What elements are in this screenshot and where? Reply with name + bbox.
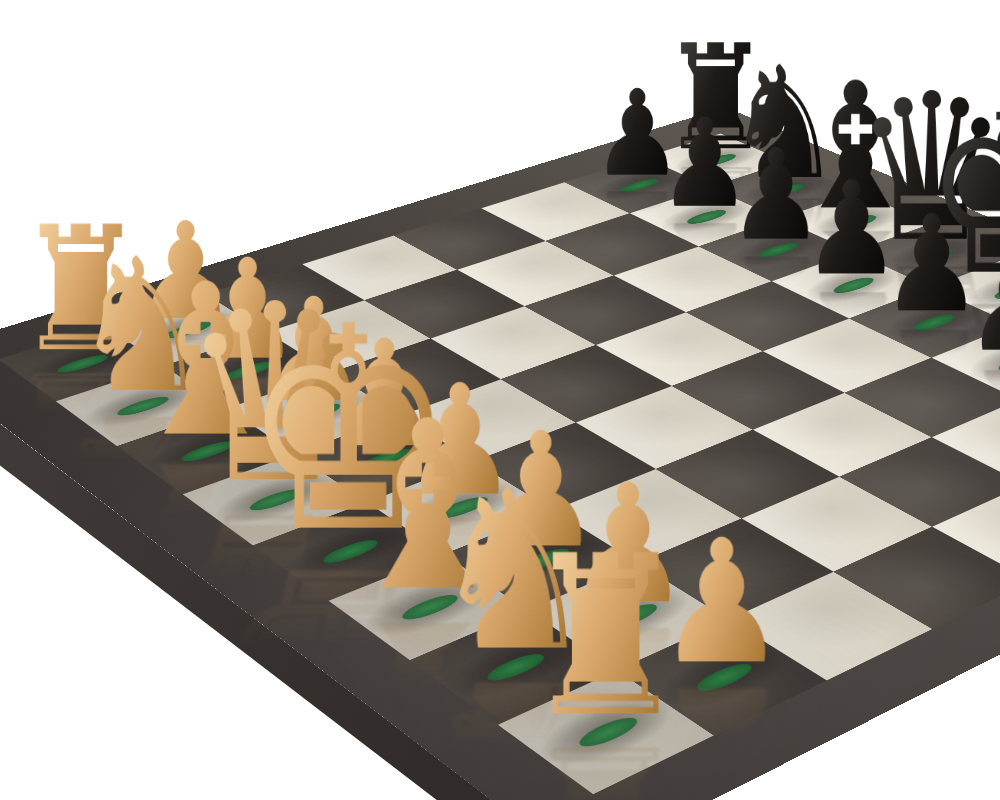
- chess-board: ♜♜♞♞♝♝♛♛♚♚♝♝♞♞♜♜♟♟♟♟♟♟♟♟♟♟♟♟♟♟♟♟♟♟♟♟♟♟♟♟…: [0, 107, 1000, 800]
- piece-black-pawn-f7: ♟: [964, 240, 1000, 366]
- piece-white-rook-h1: ♜: [522, 535, 690, 738]
- product-photo-chess-set: ♜♜♞♞♝♝♛♛♚♚♝♝♞♞♜♜♟♟♟♟♟♟♟♟♟♟♟♟♟♟♟♟♟♟♟♟♟♟♟♟…: [0, 0, 1000, 800]
- perspective-wrapper: ♜♜♞♞♝♝♛♛♚♚♝♝♞♞♜♜♟♟♟♟♟♟♟♟♟♟♟♟♟♟♟♟♟♟♟♟♟♟♟♟…: [0, 0, 1000, 800]
